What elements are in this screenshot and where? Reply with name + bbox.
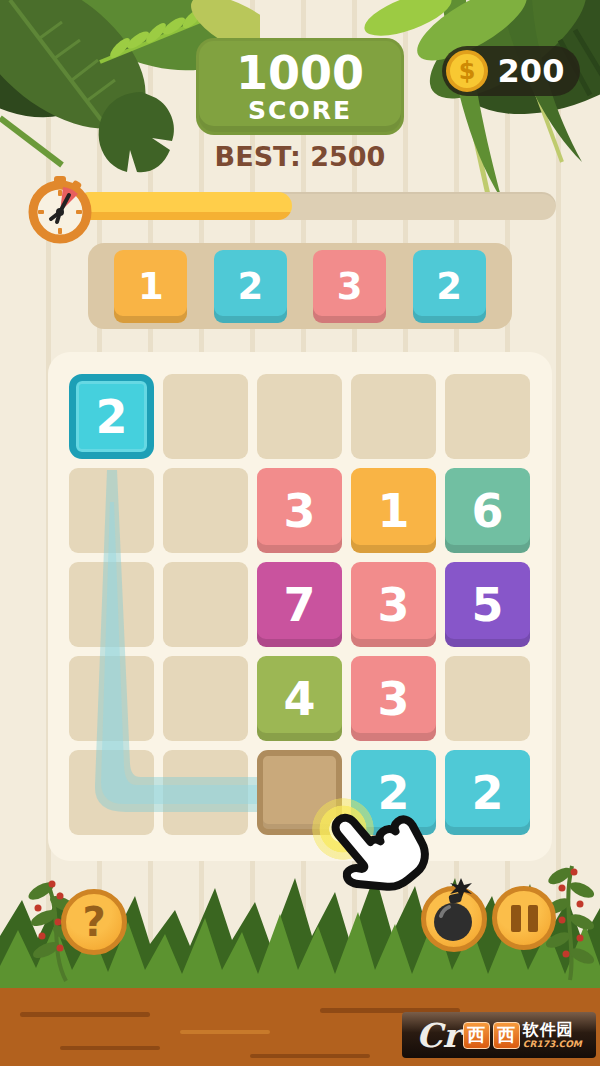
best-score-text: BEST: 2500 xyxy=(0,141,600,172)
empty-cell xyxy=(69,468,154,553)
watermark-char: 西 xyxy=(493,1022,520,1049)
coin-icon: $ xyxy=(446,50,488,92)
board-tile[interactable]: 2 xyxy=(351,750,436,835)
coin-count: 200 xyxy=(488,52,580,90)
question-mark-icon: ? xyxy=(82,899,105,945)
coin-counter[interactable]: $ 200 xyxy=(442,46,580,96)
empty-cell xyxy=(69,750,154,835)
board-tile[interactable]: 6 xyxy=(445,468,530,553)
tray-tile[interactable]: 3 xyxy=(313,250,386,323)
score-value: 1000 xyxy=(236,49,364,97)
board-tile[interactable]: 3 xyxy=(351,656,436,741)
tray-tile[interactable]: 2 xyxy=(413,250,486,323)
watermark-char: 西 xyxy=(463,1022,490,1049)
empty-cell xyxy=(163,468,248,553)
stopwatch-icon xyxy=(26,174,96,244)
pause-icon xyxy=(528,905,538,932)
empty-cell xyxy=(351,374,436,459)
bomb-icon xyxy=(421,876,487,950)
empty-cell xyxy=(257,374,342,459)
board-tile[interactable]: 1 xyxy=(351,468,436,553)
empty-cell xyxy=(163,374,248,459)
board-tile[interactable]: 2 xyxy=(445,750,530,835)
pause-icon xyxy=(511,905,521,932)
timer-fill xyxy=(76,192,292,220)
wood-grain xyxy=(250,1054,370,1058)
watermark-name: 软件园 xyxy=(523,1022,574,1038)
empty-cell xyxy=(163,656,248,741)
wood-grain xyxy=(180,1030,270,1034)
board-tile[interactable]: 4 xyxy=(257,656,342,741)
watermark-site: CR173.COM xyxy=(523,1040,582,1049)
timer-bar xyxy=(76,192,556,220)
score-label: SCORE xyxy=(248,97,352,125)
empty-cell xyxy=(69,562,154,647)
game-board: 23167354322 xyxy=(48,352,552,861)
board-tile[interactable]: 7 xyxy=(257,562,342,647)
help-button[interactable]: ? xyxy=(61,889,127,955)
empty-cell xyxy=(69,656,154,741)
wood-grain xyxy=(60,1046,160,1050)
empty-cell xyxy=(163,750,248,835)
site-watermark: Cr 西 西 软件园 CR173.COM xyxy=(402,1012,596,1058)
game-screen: 1000 SCORE $ 200 BEST: 2500 1232 2316 xyxy=(0,0,600,1066)
wood-grain xyxy=(20,1012,150,1017)
tray-tile[interactable]: 2 xyxy=(214,250,287,323)
pause-button[interactable] xyxy=(492,886,556,950)
target-cell-highlight[interactable] xyxy=(257,750,342,835)
empty-cell xyxy=(445,374,530,459)
bomb-button[interactable] xyxy=(421,886,487,952)
watermark-logo: Cr xyxy=(416,1019,460,1052)
tile-tray: 1232 xyxy=(88,243,512,329)
board-tile[interactable]: 5 xyxy=(445,562,530,647)
tray-tile[interactable]: 1 xyxy=(114,250,187,323)
selected-tile[interactable]: 2 xyxy=(69,374,154,459)
board-tile[interactable]: 3 xyxy=(351,562,436,647)
empty-cell xyxy=(163,562,248,647)
empty-cell xyxy=(445,656,530,741)
board-tile[interactable]: 3 xyxy=(257,468,342,553)
score-panel: 1000 SCORE xyxy=(196,38,404,135)
